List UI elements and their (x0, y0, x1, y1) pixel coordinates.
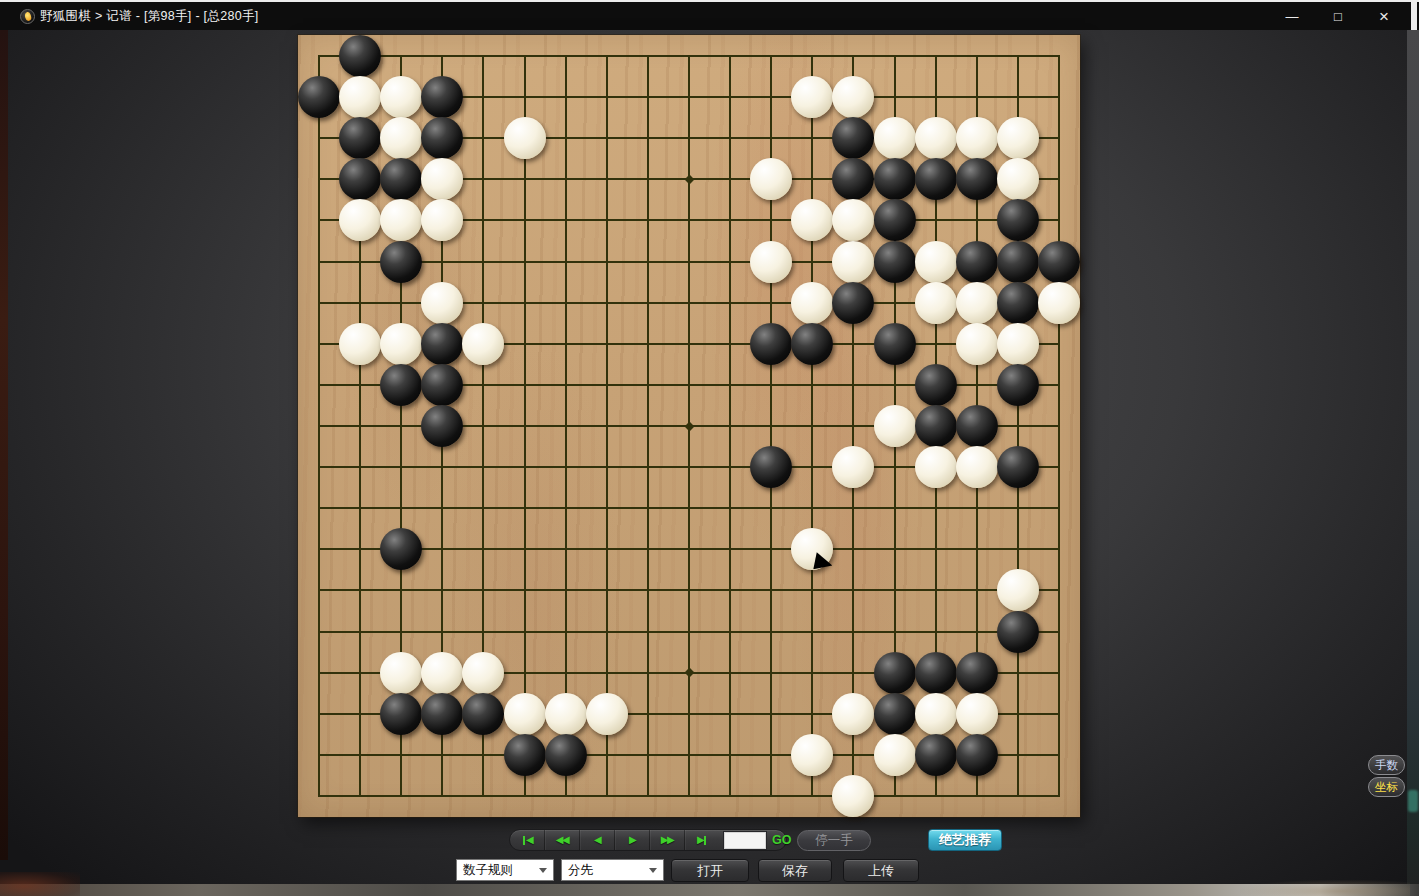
forward-icon: ▶ (629, 835, 635, 845)
fast-forward-icon: ▶▶ (661, 835, 673, 845)
stone-black (915, 405, 957, 447)
stone-black (956, 652, 998, 694)
titlebar: 野狐围棋 > 记谱 - [第98手] - [总280手] — □ × (0, 0, 1419, 30)
rules-select-value: 数子规则 (463, 862, 513, 879)
stone-white (380, 117, 422, 159)
last-move-icon (704, 836, 706, 845)
star-point (684, 668, 694, 678)
rules-select[interactable]: 数子规则 (456, 859, 554, 881)
background-bottom-strip (0, 884, 1419, 896)
app-logo-icon (20, 9, 35, 24)
fast-rewind-icon: ◀◀ (556, 835, 568, 845)
stone-black (380, 241, 422, 283)
nav-forward-button[interactable]: ▶ (614, 830, 649, 850)
stone-white (915, 117, 957, 159)
grid-line (318, 631, 1060, 633)
minimize-button[interactable]: — (1269, 3, 1315, 31)
stone-black (997, 199, 1039, 241)
stone-black (545, 734, 587, 776)
stone-white (380, 199, 422, 241)
stone-black (997, 282, 1039, 324)
stone-black (956, 158, 998, 200)
stone-black (380, 528, 422, 570)
stone-black (421, 76, 463, 118)
stone-white (874, 734, 916, 776)
grid-line (318, 548, 1060, 550)
stone-white (956, 693, 998, 735)
chevron-down-icon (649, 868, 657, 873)
pass-button[interactable]: 停一手 (797, 830, 871, 851)
handicap-select-value: 分先 (568, 862, 593, 879)
stone-black (874, 693, 916, 735)
go-board[interactable] (298, 35, 1080, 817)
stone-black (997, 364, 1039, 406)
stone-white (874, 405, 916, 447)
first-move-arrow-icon: ◀ (526, 835, 532, 845)
stone-black (915, 652, 957, 694)
grid-line (1058, 55, 1060, 797)
ai-recommend-button[interactable]: 绝艺推荐 (928, 829, 1002, 851)
stone-white (832, 76, 874, 118)
stone-white (915, 282, 957, 324)
stone-black (832, 158, 874, 200)
stone-white (956, 282, 998, 324)
stone-black (421, 405, 463, 447)
stone-black (874, 323, 916, 365)
background-corner-blob-left (0, 872, 80, 896)
stone-white (1038, 282, 1080, 324)
window-controls: — □ × (1269, 2, 1407, 32)
stone-black (956, 241, 998, 283)
stone-black (380, 693, 422, 735)
stone-white (462, 323, 504, 365)
back-icon: ◀ (594, 835, 600, 845)
stone-white (997, 323, 1039, 365)
star-point (684, 421, 694, 431)
upload-button[interactable]: 上传 (843, 859, 919, 882)
stone-white (997, 569, 1039, 611)
stone-black (380, 364, 422, 406)
stone-white (832, 241, 874, 283)
stone-white (874, 117, 916, 159)
stone-white (750, 158, 792, 200)
save-button[interactable]: 保存 (758, 859, 832, 882)
stone-white (421, 199, 463, 241)
stone-white (791, 528, 833, 570)
stone-white (956, 323, 998, 365)
grid-line (318, 795, 1060, 797)
nav-fast-forward-button[interactable]: ▶▶ (649, 830, 684, 850)
stone-black (956, 734, 998, 776)
stone-white (997, 117, 1039, 159)
nav-first-move-button[interactable]: ◀ (510, 830, 544, 850)
stone-white (339, 76, 381, 118)
grid-line (729, 55, 731, 797)
stone-white (791, 282, 833, 324)
stone-black (421, 693, 463, 735)
stone-black (421, 117, 463, 159)
move-number-input[interactable] (724, 832, 766, 849)
window-title: 野狐围棋 > 记谱 - [第98手] - [总280手] (40, 8, 259, 25)
background-teal-blob (1408, 790, 1418, 812)
stone-black (832, 282, 874, 324)
stone-black (339, 35, 381, 77)
stone-black (339, 158, 381, 200)
nav-last-move-button[interactable]: ▶ (684, 830, 719, 850)
stone-white (421, 652, 463, 694)
stone-black (997, 241, 1039, 283)
stone-white (832, 199, 874, 241)
stone-black (1038, 241, 1080, 283)
star-point (684, 174, 694, 184)
stone-black (874, 652, 916, 694)
stone-white (339, 199, 381, 241)
stone-black (750, 323, 792, 365)
navigation-toolbar: ◀ ◀◀ ◀ ▶ ▶▶ ▶ GO (509, 829, 787, 851)
background-corner-blob-right (1240, 880, 1410, 896)
stone-black (997, 611, 1039, 653)
stone-white (791, 76, 833, 118)
stone-black (874, 158, 916, 200)
stone-white (832, 446, 874, 488)
first-move-icon (523, 836, 525, 845)
open-button[interactable]: 打开 (671, 859, 749, 882)
stone-white (997, 158, 1039, 200)
last-move-marker (813, 552, 832, 569)
stone-black (421, 323, 463, 365)
stone-black (915, 734, 957, 776)
stone-white (380, 323, 422, 365)
app-window: 野狐围棋 > 记谱 - [第98手] - [总280手] — □ × ◀ ◀◀ … (0, 0, 1419, 896)
stone-white (791, 199, 833, 241)
stone-black (915, 364, 957, 406)
nav-back-button[interactable]: ◀ (579, 830, 614, 850)
grid-line (318, 589, 1060, 591)
background-right-strip (1407, 30, 1419, 896)
move-count-toggle-button[interactable]: 手数 (1368, 755, 1405, 775)
last-move-arrow-icon: ▶ (697, 835, 703, 845)
handicap-select[interactable]: 分先 (561, 859, 664, 881)
titlebar-edge (1411, 2, 1417, 32)
stone-white (380, 652, 422, 694)
stone-black (339, 117, 381, 159)
main-area: ◀ ◀◀ ◀ ▶ ▶▶ ▶ GO 停一手 绝艺推荐 数子规则 分先 打开 保存 … (0, 30, 1419, 896)
stone-white (915, 241, 957, 283)
chevron-down-icon (539, 868, 547, 873)
grid-line (811, 55, 813, 797)
stone-black (504, 734, 546, 776)
nav-fast-rewind-button[interactable]: ◀◀ (544, 830, 579, 850)
stone-white (421, 158, 463, 200)
grid-line (318, 507, 1060, 509)
stone-white (956, 117, 998, 159)
go-button[interactable]: GO (772, 833, 791, 847)
stone-black (832, 117, 874, 159)
stone-black (380, 158, 422, 200)
stone-black (997, 446, 1039, 488)
stone-black (298, 76, 340, 118)
stone-white (915, 446, 957, 488)
stone-white (791, 734, 833, 776)
logo-swirl-icon (24, 11, 32, 21)
stone-white (750, 241, 792, 283)
stone-white (504, 117, 546, 159)
stone-white (832, 693, 874, 735)
stone-black (874, 199, 916, 241)
stone-white (339, 323, 381, 365)
maximize-button[interactable]: □ (1315, 3, 1361, 31)
stone-white (462, 652, 504, 694)
stone-white (915, 693, 957, 735)
stone-white (421, 282, 463, 324)
stone-black (462, 693, 504, 735)
stone-black (874, 241, 916, 283)
stone-black (750, 446, 792, 488)
stone-black (421, 364, 463, 406)
stone-white (956, 446, 998, 488)
coordinates-toggle-button[interactable]: 坐标 (1368, 777, 1405, 797)
stone-white (586, 693, 628, 735)
stone-black (915, 158, 957, 200)
close-button[interactable]: × (1361, 3, 1407, 31)
stone-white (380, 76, 422, 118)
stone-white (832, 775, 874, 817)
stone-black (791, 323, 833, 365)
stone-white (504, 693, 546, 735)
background-left-strip (0, 30, 8, 860)
stone-black (956, 405, 998, 447)
stone-white (545, 693, 587, 735)
